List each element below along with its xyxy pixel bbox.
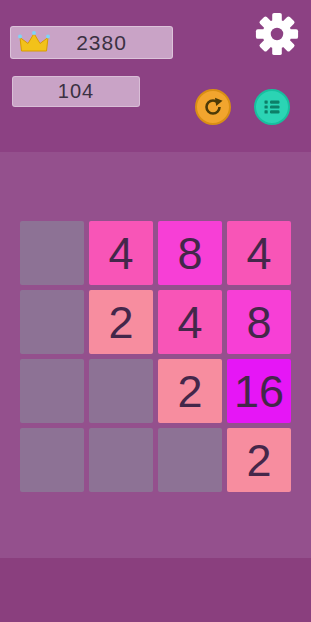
best-score-value: 2380 bbox=[51, 31, 166, 55]
empty-cell bbox=[158, 428, 222, 492]
footer bbox=[0, 558, 311, 622]
board[interactable]: 4842482162 bbox=[20, 221, 291, 492]
refresh-icon bbox=[201, 95, 225, 119]
empty-cell bbox=[89, 359, 153, 423]
gear-icon bbox=[254, 11, 300, 57]
empty-cell bbox=[20, 428, 84, 492]
empty-cell bbox=[89, 428, 153, 492]
tile-16: 16 bbox=[227, 359, 291, 423]
tile-2: 2 bbox=[227, 428, 291, 492]
tile-4: 4 bbox=[227, 221, 291, 285]
empty-cell bbox=[20, 221, 84, 285]
settings-button[interactable] bbox=[254, 11, 300, 57]
tile-8: 8 bbox=[227, 290, 291, 354]
empty-cell bbox=[20, 359, 84, 423]
app-screen: 2380 104 bbox=[0, 0, 311, 622]
restart-button[interactable] bbox=[195, 89, 231, 125]
crown-icon bbox=[17, 30, 51, 56]
best-score-box: 2380 bbox=[10, 26, 173, 59]
empty-cell bbox=[20, 290, 84, 354]
menu-button[interactable] bbox=[254, 89, 290, 125]
score-box: 104 bbox=[12, 76, 140, 107]
score-value: 104 bbox=[58, 80, 94, 103]
tile-4: 4 bbox=[158, 290, 222, 354]
tile-8: 8 bbox=[158, 221, 222, 285]
list-icon bbox=[260, 95, 284, 119]
tile-2: 2 bbox=[89, 290, 153, 354]
tile-2: 2 bbox=[158, 359, 222, 423]
tile-4: 4 bbox=[89, 221, 153, 285]
